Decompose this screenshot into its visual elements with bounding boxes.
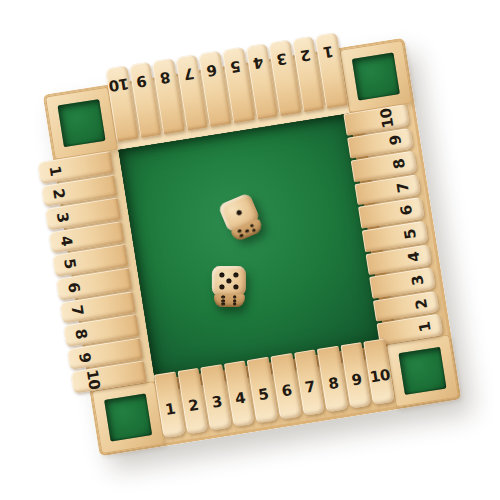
die-pip xyxy=(222,302,226,305)
die-pip xyxy=(238,229,242,233)
die-pip xyxy=(249,224,253,228)
die-pip xyxy=(234,285,239,290)
product-photo-scene: 10987654321 10987654321 12345678910 1234… xyxy=(0,0,500,500)
die-pip xyxy=(252,229,256,233)
die-2-top-face xyxy=(212,266,246,296)
die-pip xyxy=(233,302,237,305)
dice-layer xyxy=(43,38,462,457)
die-pip xyxy=(245,229,249,233)
die-pip xyxy=(236,209,243,216)
die-2-side-face xyxy=(213,294,244,307)
die-1[interactable] xyxy=(217,192,266,244)
shut-the-box-board: 10987654321 10987654321 12345678910 1234… xyxy=(43,38,462,457)
die-pip xyxy=(219,272,224,277)
die-pip xyxy=(226,279,231,284)
die-pip xyxy=(234,272,239,277)
die-2[interactable] xyxy=(211,266,247,307)
die-pip xyxy=(240,234,244,238)
die-pip xyxy=(219,285,224,290)
